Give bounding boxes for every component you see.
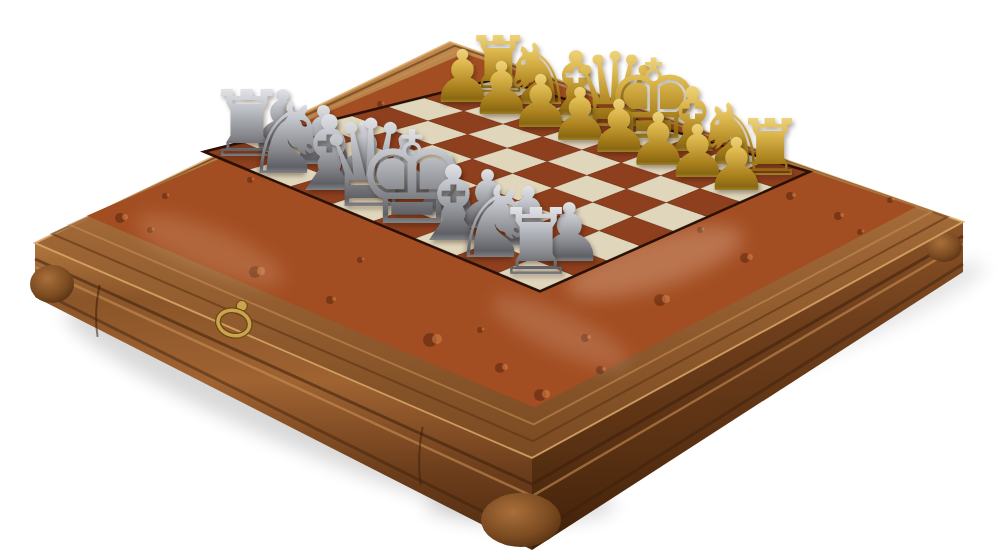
burl-knot-ring bbox=[432, 334, 442, 344]
burl-knot-ring bbox=[362, 258, 365, 261]
burl-knot-ring bbox=[892, 198, 895, 201]
burl-knot-ring bbox=[252, 178, 255, 181]
bun-foot-left bbox=[30, 265, 74, 303]
burl-knot-ring bbox=[502, 364, 508, 370]
burl-knot-ring bbox=[792, 193, 796, 197]
burl-knot-ring bbox=[382, 102, 385, 105]
burl-knot-ring bbox=[122, 214, 128, 220]
burl-knot-ring bbox=[167, 194, 170, 197]
burl-knot-ring bbox=[747, 254, 753, 260]
burl-knot-ring bbox=[332, 297, 336, 301]
chess-set-photo: ♜♞♝♛♚♝♞♜♟♟♟♟♟♟♟♟♟♟♟♟♟♟♟♟♜♞♝♛♚♝♞♜ bbox=[0, 0, 1000, 553]
burl-knot-ring bbox=[862, 230, 865, 233]
burl-knot-ring bbox=[482, 328, 485, 331]
bun-foot-front bbox=[481, 493, 561, 547]
burl-knot-ring bbox=[302, 117, 306, 121]
burl-knot-ring bbox=[662, 295, 670, 303]
burl-knot-ring bbox=[472, 64, 475, 67]
burl-knot-ring bbox=[542, 390, 550, 398]
burl-knot-ring bbox=[840, 213, 844, 217]
chess-case-scene bbox=[0, 0, 1000, 553]
